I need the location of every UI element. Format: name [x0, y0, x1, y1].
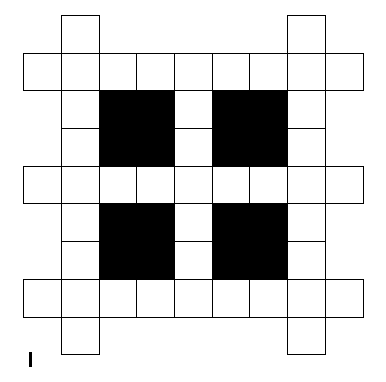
white-cell[interactable]: [325, 279, 364, 318]
white-cell[interactable]: [61, 241, 100, 280]
black-cell: [99, 90, 137, 129]
white-cell[interactable]: [249, 279, 288, 318]
black-cell: [136, 128, 175, 167]
white-cell[interactable]: [287, 128, 326, 167]
white-cell[interactable]: [61, 15, 100, 54]
white-cell[interactable]: [61, 128, 100, 167]
black-cell: [212, 90, 250, 129]
white-cell[interactable]: [287, 15, 326, 54]
white-cell[interactable]: [61, 279, 100, 318]
white-cell[interactable]: [212, 279, 250, 318]
black-cell: [249, 203, 288, 242]
black-cell: [99, 128, 137, 167]
white-cell[interactable]: [287, 203, 326, 242]
white-cell[interactable]: [287, 90, 326, 129]
black-cell: [99, 203, 137, 242]
white-cell[interactable]: [136, 166, 175, 204]
white-cell[interactable]: [212, 166, 250, 204]
white-cell[interactable]: [287, 317, 326, 355]
black-cell: [249, 90, 288, 129]
white-cell[interactable]: [136, 53, 175, 91]
white-cell[interactable]: [61, 166, 100, 204]
white-cell[interactable]: [61, 53, 100, 91]
white-cell[interactable]: [23, 279, 62, 318]
black-cell: [249, 241, 288, 280]
black-cell: [212, 241, 250, 280]
black-cell: [136, 203, 175, 242]
text-caret: [29, 352, 32, 367]
white-cell[interactable]: [174, 128, 213, 167]
white-cell[interactable]: [287, 166, 326, 204]
black-cell: [212, 128, 250, 167]
black-cell: [99, 241, 137, 280]
white-cell[interactable]: [23, 166, 62, 204]
white-cell[interactable]: [61, 90, 100, 129]
white-cell[interactable]: [325, 166, 364, 204]
black-cell: [136, 241, 175, 280]
white-cell[interactable]: [174, 279, 213, 318]
white-cell[interactable]: [249, 166, 288, 204]
black-cell: [136, 90, 175, 129]
white-cell[interactable]: [23, 53, 62, 91]
white-cell[interactable]: [174, 241, 213, 280]
white-cell[interactable]: [287, 241, 326, 280]
black-cell: [212, 203, 250, 242]
white-cell[interactable]: [99, 53, 137, 91]
white-cell[interactable]: [136, 279, 175, 318]
white-cell[interactable]: [212, 53, 250, 91]
white-cell[interactable]: [61, 317, 100, 355]
white-cell[interactable]: [287, 53, 326, 91]
white-cell[interactable]: [325, 53, 364, 91]
white-cell[interactable]: [99, 279, 137, 318]
white-cell[interactable]: [174, 203, 213, 242]
puzzle-board: [0, 0, 386, 382]
white-cell[interactable]: [174, 53, 213, 91]
white-cell[interactable]: [249, 53, 288, 91]
black-cell: [249, 128, 288, 167]
white-cell[interactable]: [99, 166, 137, 204]
white-cell[interactable]: [287, 279, 326, 318]
white-cell[interactable]: [174, 90, 213, 129]
white-cell[interactable]: [174, 166, 213, 204]
white-cell[interactable]: [61, 203, 100, 242]
